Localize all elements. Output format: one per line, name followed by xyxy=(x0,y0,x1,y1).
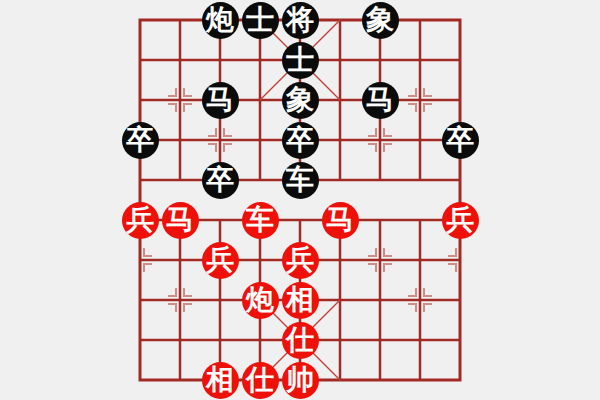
black-advisor[interactable]: 士 xyxy=(242,2,279,39)
black-general[interactable]: 将 xyxy=(282,2,319,39)
black-horse[interactable]: 马 xyxy=(362,82,399,119)
red-chariot[interactable]: 车 xyxy=(242,202,279,239)
pieces-layer: 炮士将象士马象马卒卒卒卒车兵马车马兵兵兵炮相仕相仕帅 xyxy=(0,0,600,400)
black-soldier[interactable]: 卒 xyxy=(282,122,319,159)
black-chariot[interactable]: 车 xyxy=(282,162,319,199)
red-soldier[interactable]: 兵 xyxy=(122,202,159,239)
xiangqi-board: 炮士将象士马象马卒卒卒卒车兵马车马兵兵兵炮相仕相仕帅 xyxy=(0,0,600,400)
black-soldier[interactable]: 卒 xyxy=(122,122,159,159)
black-soldier[interactable]: 卒 xyxy=(442,122,479,159)
black-elephant[interactable]: 象 xyxy=(282,82,319,119)
red-horse[interactable]: 马 xyxy=(162,202,199,239)
red-soldier[interactable]: 兵 xyxy=(282,242,319,279)
red-soldier[interactable]: 兵 xyxy=(442,202,479,239)
red-elephant[interactable]: 相 xyxy=(202,362,239,399)
black-cannon[interactable]: 炮 xyxy=(202,2,239,39)
black-elephant[interactable]: 象 xyxy=(362,2,399,39)
red-general[interactable]: 帅 xyxy=(282,362,319,399)
red-elephant[interactable]: 相 xyxy=(282,282,319,319)
red-advisor[interactable]: 仕 xyxy=(242,362,279,399)
black-advisor[interactable]: 士 xyxy=(282,42,319,79)
red-cannon[interactable]: 炮 xyxy=(242,282,279,319)
black-horse[interactable]: 马 xyxy=(202,82,239,119)
red-advisor[interactable]: 仕 xyxy=(282,322,319,359)
black-soldier[interactable]: 卒 xyxy=(202,162,239,199)
red-soldier[interactable]: 兵 xyxy=(202,242,239,279)
red-horse[interactable]: 马 xyxy=(322,202,359,239)
